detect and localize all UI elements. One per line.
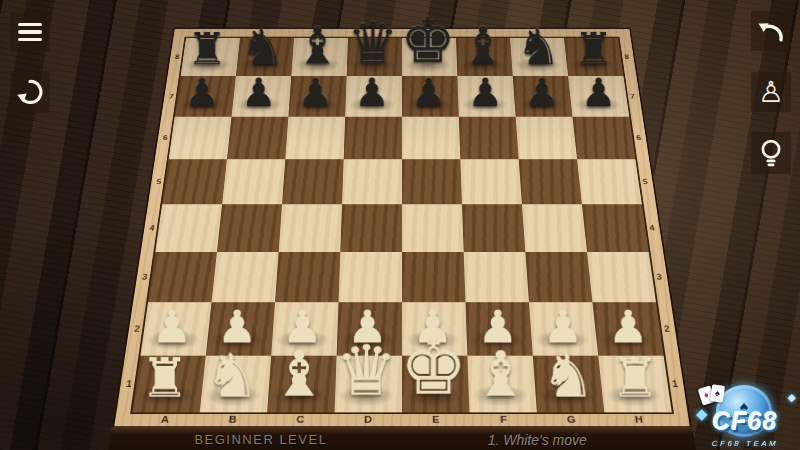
square-a3[interactable] <box>148 252 217 302</box>
square-e5[interactable] <box>402 159 462 204</box>
square-b6[interactable] <box>227 117 288 160</box>
board-front-edge: BEGINNER LEVEL 1. White's move <box>108 427 696 450</box>
pawn-outline-icon: ♙ <box>758 78 784 107</box>
chess-board: 87654321 87654321 ABCDEFGH ♜♞♝♛♚♝♞♜♟♟♟♟♟… <box>112 28 692 428</box>
menu-button[interactable] <box>10 12 50 52</box>
light-bulb-icon <box>756 137 786 169</box>
file-label: C <box>266 413 334 425</box>
square-c6[interactable] <box>285 117 345 160</box>
square-h7[interactable] <box>568 76 629 116</box>
cf68-logo-text: CF68 <box>692 407 798 436</box>
square-e1[interactable] <box>402 356 469 413</box>
square-g2[interactable] <box>529 302 598 355</box>
square-c1[interactable] <box>267 356 336 413</box>
cf68-team-text: CF68 TEAM <box>692 439 798 448</box>
players-button[interactable]: ♙ <box>751 72 791 112</box>
file-labels-bottom: ABCDEFGH <box>130 413 673 425</box>
square-b7[interactable] <box>232 76 292 116</box>
square-a4[interactable] <box>155 204 222 252</box>
square-b5[interactable] <box>222 159 285 204</box>
square-f1[interactable] <box>467 356 536 413</box>
square-e3[interactable] <box>402 252 465 302</box>
square-d1[interactable] <box>335 356 402 413</box>
undo-arrow-icon <box>755 15 787 47</box>
square-d4[interactable] <box>340 204 402 252</box>
square-d3[interactable] <box>339 252 402 302</box>
square-f2[interactable] <box>465 302 532 355</box>
move-indicator: 1. White's move <box>488 432 587 448</box>
square-d2[interactable] <box>337 302 402 355</box>
square-e7[interactable] <box>402 76 459 116</box>
board-frame: 87654321 87654321 ABCDEFGH <box>112 28 692 428</box>
square-a1[interactable] <box>132 356 206 413</box>
square-c4[interactable] <box>279 204 342 252</box>
square-c2[interactable] <box>271 302 338 355</box>
square-h2[interactable] <box>592 302 663 355</box>
hint-button[interactable] <box>751 132 791 174</box>
square-f7[interactable] <box>457 76 515 116</box>
square-d8[interactable] <box>347 38 402 76</box>
square-h1[interactable] <box>598 356 672 413</box>
square-g1[interactable] <box>533 356 605 413</box>
square-a6[interactable] <box>169 117 232 160</box>
square-h3[interactable] <box>587 252 656 302</box>
square-h8[interactable] <box>564 38 624 76</box>
square-b2[interactable] <box>206 302 275 355</box>
square-f5[interactable] <box>460 159 522 204</box>
file-label: E <box>402 413 470 425</box>
square-b1[interactable] <box>200 356 272 413</box>
square-h5[interactable] <box>577 159 642 204</box>
file-label: A <box>130 413 199 425</box>
diamond-gem-icon: ◆ <box>788 391 796 404</box>
rotate-ccw-icon <box>15 77 45 107</box>
file-label: F <box>469 413 537 425</box>
square-e6[interactable] <box>402 117 460 160</box>
hamburger-icon <box>18 23 42 42</box>
chess-scene: 87654321 87654321 ABCDEFGH ♜♞♝♛♚♝♞♜♟♟♟♟♟… <box>0 0 800 450</box>
square-c8[interactable] <box>291 38 348 76</box>
square-h4[interactable] <box>582 204 649 252</box>
square-e4[interactable] <box>402 204 464 252</box>
rotate-board-button[interactable] <box>10 71 50 113</box>
square-f6[interactable] <box>459 117 519 160</box>
square-g3[interactable] <box>525 252 592 302</box>
square-d7[interactable] <box>345 76 402 116</box>
square-b3[interactable] <box>212 252 279 302</box>
square-d6[interactable] <box>344 117 402 160</box>
file-label: H <box>604 413 673 425</box>
square-h6[interactable] <box>572 117 635 160</box>
square-g7[interactable] <box>513 76 573 116</box>
square-e2[interactable] <box>402 302 467 355</box>
file-label: D <box>334 413 402 425</box>
undo-move-button[interactable] <box>751 11 791 51</box>
cf68-watermark: ♠ ♦ ♠ ◆ ◆ CF68 CF68 TEAM <box>692 385 798 449</box>
square-b4[interactable] <box>217 204 282 252</box>
square-f3[interactable] <box>464 252 529 302</box>
file-label: B <box>198 413 267 425</box>
square-f8[interactable] <box>456 38 513 76</box>
square-f4[interactable] <box>462 204 525 252</box>
square-d5[interactable] <box>342 159 402 204</box>
square-a7[interactable] <box>175 76 236 116</box>
square-c3[interactable] <box>275 252 340 302</box>
square-g4[interactable] <box>522 204 587 252</box>
square-b8[interactable] <box>236 38 294 76</box>
file-label: G <box>537 413 606 425</box>
playing-card-icon: ♠ <box>710 384 725 403</box>
board-squares <box>132 38 672 413</box>
square-c7[interactable] <box>288 76 346 116</box>
square-g8[interactable] <box>510 38 568 76</box>
square-a8[interactable] <box>181 38 241 76</box>
level-label: BEGINNER LEVEL <box>194 432 327 447</box>
square-a5[interactable] <box>162 159 227 204</box>
square-a2[interactable] <box>140 302 211 355</box>
square-g6[interactable] <box>516 117 577 160</box>
square-g5[interactable] <box>519 159 582 204</box>
square-e8[interactable] <box>402 38 457 76</box>
square-c5[interactable] <box>282 159 344 204</box>
